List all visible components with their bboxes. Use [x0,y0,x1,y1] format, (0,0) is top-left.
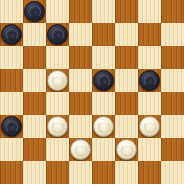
square-f1[interactable] [115,161,138,184]
square-b1[interactable] [23,161,46,184]
square-e3[interactable] [92,115,115,138]
square-d6[interactable] [69,46,92,69]
square-b2[interactable] [23,138,46,161]
square-c5[interactable] [46,69,69,92]
white-man-g3[interactable] [139,116,160,137]
square-a2[interactable] [0,138,23,161]
square-d8[interactable] [69,0,92,23]
white-man-c3[interactable] [47,116,68,137]
square-d4[interactable] [69,92,92,115]
square-c1[interactable] [46,161,69,184]
square-h2[interactable] [161,138,184,161]
square-e5[interactable] [92,69,115,92]
black-man-g5[interactable] [139,70,160,91]
square-a8[interactable] [0,0,23,23]
square-c4[interactable] [46,92,69,115]
piece-ring [121,144,133,156]
white-man-f2[interactable] [116,139,137,160]
square-b8[interactable] [23,0,46,23]
square-b6[interactable] [23,46,46,69]
square-h5[interactable] [161,69,184,92]
square-g8[interactable] [138,0,161,23]
white-man-d2[interactable] [70,139,91,160]
piece-core [32,9,38,15]
piece-ring [52,29,64,41]
checkers-board [0,0,184,184]
square-g5[interactable] [138,69,161,92]
square-f2[interactable] [115,138,138,161]
square-a3[interactable] [0,115,23,138]
square-b7[interactable] [23,23,46,46]
piece-ring [144,75,156,87]
square-e4[interactable] [92,92,115,115]
square-c8[interactable] [46,0,69,23]
square-h1[interactable] [161,161,184,184]
square-e6[interactable] [92,46,115,69]
square-f4[interactable] [115,92,138,115]
square-f7[interactable] [115,23,138,46]
piece-core [101,78,107,84]
piece-core [147,78,153,84]
piece-ring [6,29,18,41]
black-man-c7[interactable] [47,24,68,45]
black-man-a7[interactable] [1,24,22,45]
piece-core [78,147,84,153]
piece-ring [52,75,64,87]
square-f3[interactable] [115,115,138,138]
square-a1[interactable] [0,161,23,184]
piece-ring [29,6,41,18]
piece-ring [6,121,18,133]
piece-ring [75,144,87,156]
square-d5[interactable] [69,69,92,92]
piece-ring [144,121,156,133]
piece-core [9,32,15,38]
white-man-e3[interactable] [93,116,114,137]
square-e2[interactable] [92,138,115,161]
square-c3[interactable] [46,115,69,138]
piece-ring [98,121,110,133]
square-h6[interactable] [161,46,184,69]
square-b3[interactable] [23,115,46,138]
square-h3[interactable] [161,115,184,138]
square-c2[interactable] [46,138,69,161]
piece-ring [98,75,110,87]
checkers-app [0,0,184,184]
square-e7[interactable] [92,23,115,46]
square-h7[interactable] [161,23,184,46]
square-d1[interactable] [69,161,92,184]
square-e8[interactable] [92,0,115,23]
square-g6[interactable] [138,46,161,69]
square-c6[interactable] [46,46,69,69]
square-a4[interactable] [0,92,23,115]
square-g4[interactable] [138,92,161,115]
square-g7[interactable] [138,23,161,46]
square-h8[interactable] [161,0,184,23]
square-b4[interactable] [23,92,46,115]
square-f6[interactable] [115,46,138,69]
piece-core [9,124,15,130]
square-d2[interactable] [69,138,92,161]
piece-core [55,32,61,38]
black-man-a3[interactable] [1,116,22,137]
white-man-c5[interactable] [47,70,68,91]
square-e1[interactable] [92,161,115,184]
black-man-b8[interactable] [24,1,45,22]
square-a5[interactable] [0,69,23,92]
square-f5[interactable] [115,69,138,92]
piece-ring [52,121,64,133]
square-g1[interactable] [138,161,161,184]
piece-core [147,124,153,130]
square-g2[interactable] [138,138,161,161]
square-h4[interactable] [161,92,184,115]
square-g3[interactable] [138,115,161,138]
square-b5[interactable] [23,69,46,92]
square-a7[interactable] [0,23,23,46]
piece-core [124,147,130,153]
square-d3[interactable] [69,115,92,138]
piece-core [101,124,107,130]
square-c7[interactable] [46,23,69,46]
piece-core [55,124,61,130]
square-d7[interactable] [69,23,92,46]
square-f8[interactable] [115,0,138,23]
piece-core [55,78,61,84]
black-man-e5[interactable] [93,70,114,91]
square-a6[interactable] [0,46,23,69]
